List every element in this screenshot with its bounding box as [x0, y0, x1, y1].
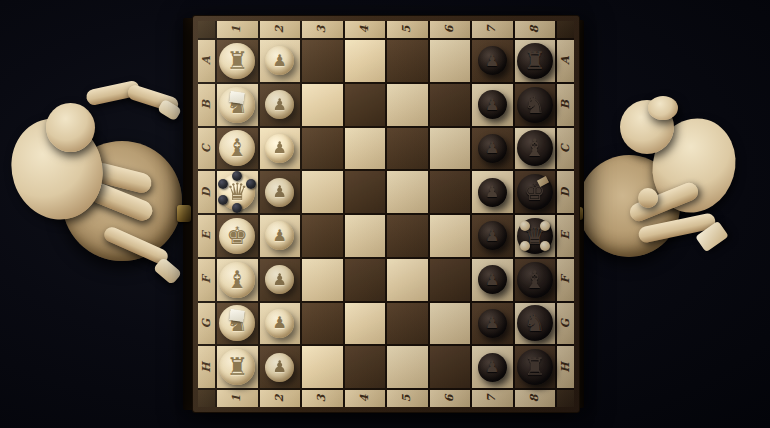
square-f3[interactable] [302, 259, 343, 301]
rank-label-bottom-4: 4 [345, 390, 386, 407]
square-g8[interactable]: ♞ [515, 303, 556, 345]
piece-black-pawn-b7[interactable]: ♟ [478, 90, 507, 119]
piece-white-knight-g1[interactable]: ♞ [219, 305, 255, 341]
piece-glyph: ♟ [485, 359, 499, 375]
square-b3[interactable] [302, 84, 343, 126]
square-h2[interactable]: ♟ [260, 346, 301, 388]
rank-label-top-5: 5 [387, 21, 428, 38]
piece-black-pawn-h7[interactable]: ♟ [478, 353, 507, 382]
queen-crown-light-ball [520, 241, 530, 251]
piece-white-pawn-c2[interactable]: ♟ [265, 134, 294, 163]
rank-label-text: 4 [358, 395, 371, 403]
file-label-text: C [200, 144, 213, 153]
file-label-text: G [200, 319, 213, 328]
square-c7[interactable]: ♟ [472, 128, 513, 170]
square-h3[interactable] [302, 346, 343, 388]
piece-black-knight-g8[interactable]: ♞ [517, 305, 553, 341]
square-e2[interactable]: ♟ [260, 215, 301, 257]
rank-label-text: 1 [231, 395, 244, 403]
square-c3[interactable] [302, 128, 343, 170]
piece-glyph: ♞ [524, 311, 546, 335]
file-label-left-F: F [198, 259, 215, 301]
file-label-right-H: H [557, 346, 574, 388]
rank-label-text: 7 [486, 395, 499, 403]
piece-glyph: ♜ [226, 49, 248, 73]
square-c6[interactable] [430, 128, 471, 170]
file-label-text: D [559, 187, 572, 197]
square-e8[interactable]: ♛ [515, 215, 556, 257]
rank-label-text: 2 [273, 395, 286, 403]
square-h1[interactable]: ♜ [217, 346, 258, 388]
square-d3[interactable] [302, 171, 343, 213]
file-label-right-F: F [557, 259, 574, 301]
file-label-right-B: B [557, 84, 574, 126]
square-a8[interactable]: ♜ [515, 40, 556, 82]
knight-paper-sticker [230, 91, 245, 104]
square-f7[interactable]: ♟ [472, 259, 513, 301]
square-b2[interactable]: ♟ [260, 84, 301, 126]
piece-black-knight-b8[interactable]: ♞ [517, 87, 553, 123]
rank-label-text: 1 [231, 26, 244, 34]
square-f8[interactable]: ♝ [515, 259, 556, 301]
piece-white-bishop-f1[interactable]: ♝ [219, 262, 255, 298]
rank-label-text: 2 [273, 26, 286, 34]
board-corner [198, 21, 215, 38]
piece-white-queen-d1[interactable]: ♛ [219, 174, 255, 210]
square-c1[interactable]: ♝ [217, 128, 258, 170]
file-label-text: B [559, 100, 572, 109]
piece-glyph: ♝ [226, 268, 248, 292]
file-label-text: A [559, 57, 572, 66]
square-h7[interactable]: ♟ [472, 346, 513, 388]
square-c2[interactable]: ♟ [260, 128, 301, 170]
piece-black-rook-a8[interactable]: ♜ [517, 43, 553, 79]
file-label-text: F [200, 276, 213, 284]
file-label-text: E [200, 232, 213, 240]
square-g3[interactable] [302, 303, 343, 345]
piece-white-knight-b1[interactable]: ♞ [219, 87, 255, 123]
square-d1[interactable]: ♛ [217, 171, 258, 213]
rank-label-top-1: 1 [217, 21, 258, 38]
piece-glyph: ♟ [485, 315, 499, 331]
square-d7[interactable]: ♟ [472, 171, 513, 213]
square-g4[interactable] [345, 303, 386, 345]
rank-label-text: 8 [528, 395, 541, 403]
square-e5[interactable] [387, 215, 428, 257]
rank-label-text: 6 [443, 395, 456, 403]
piece-white-king-e1[interactable]: ♚ [219, 218, 255, 254]
rank-label-text: 3 [316, 26, 329, 34]
square-a7[interactable]: ♟ [472, 40, 513, 82]
square-e4[interactable] [345, 215, 386, 257]
piece-black-pawn-g7[interactable]: ♟ [478, 309, 507, 338]
board-corner [198, 390, 215, 407]
square-a3[interactable] [302, 40, 343, 82]
rank-label-top-7: 7 [472, 21, 513, 38]
piece-glyph: ♚ [226, 224, 248, 248]
square-g5[interactable] [387, 303, 428, 345]
piece-black-pawn-a7[interactable]: ♟ [478, 46, 507, 75]
mannequin-right-shoulder [648, 96, 678, 120]
board-grid: 12345678A♜♟♟♜AB♞♟♟♞BC♝♟♟♝CD♛♟♟♚DE♚♟♟♛EF♝… [198, 21, 574, 407]
piece-black-pawn-e7[interactable]: ♟ [478, 221, 507, 250]
piece-white-pawn-e2[interactable]: ♟ [265, 221, 294, 250]
rank-label-bottom-8: 8 [515, 390, 556, 407]
board-corner [557, 390, 574, 407]
square-c5[interactable] [387, 128, 428, 170]
piece-glyph: ♟ [485, 184, 499, 200]
square-b8[interactable]: ♞ [515, 84, 556, 126]
piece-black-bishop-f8[interactable]: ♝ [517, 262, 553, 298]
piece-glyph: ♟ [273, 53, 287, 69]
rank-label-text: 5 [401, 26, 414, 34]
square-g7[interactable]: ♟ [472, 303, 513, 345]
square-h8[interactable]: ♜ [515, 346, 556, 388]
square-d6[interactable] [430, 171, 471, 213]
file-label-right-E: E [557, 215, 574, 257]
rank-label-text: 8 [528, 26, 541, 34]
rank-label-text: 5 [401, 395, 414, 403]
file-label-left-D: D [198, 171, 215, 213]
file-label-right-C: C [557, 128, 574, 170]
rank-label-bottom-3: 3 [302, 390, 343, 407]
square-d4[interactable] [345, 171, 386, 213]
chess-board: 12345678A♜♟♟♜AB♞♟♟♞BC♝♟♟♝CD♛♟♟♚DE♚♟♟♛EF♝… [192, 15, 580, 413]
piece-black-pawn-d7[interactable]: ♟ [478, 178, 507, 207]
file-label-text: A [200, 57, 213, 66]
square-g6[interactable] [430, 303, 471, 345]
square-d5[interactable] [387, 171, 428, 213]
piece-glyph: ♟ [273, 97, 287, 113]
square-e7[interactable]: ♟ [472, 215, 513, 257]
rank-label-bottom-6: 6 [430, 390, 471, 407]
file-label-left-H: H [198, 346, 215, 388]
rank-label-bottom-1: 1 [217, 390, 258, 407]
rank-label-bottom-2: 2 [260, 390, 301, 407]
square-c8[interactable]: ♝ [515, 128, 556, 170]
queen-crown-light-ball [540, 221, 550, 231]
piece-glyph: ♜ [524, 355, 546, 379]
square-g2[interactable]: ♟ [260, 303, 301, 345]
file-label-text: C [559, 144, 572, 153]
square-g1[interactable]: ♞ [217, 303, 258, 345]
square-a5[interactable] [387, 40, 428, 82]
brass-clasp-left [177, 205, 191, 222]
queen-crown-light-ball [520, 221, 530, 231]
rank-label-text: 4 [358, 26, 371, 34]
square-d2[interactable]: ♟ [260, 171, 301, 213]
piece-white-pawn-b2[interactable]: ♟ [265, 90, 294, 119]
queen-crown-dark-ball [246, 179, 256, 189]
photo-scene: 12345678A♜♟♟♜AB♞♟♟♞BC♝♟♟♝CD♛♟♟♚DE♚♟♟♛EF♝… [0, 0, 770, 428]
file-label-text: H [200, 362, 213, 372]
piece-white-pawn-f2[interactable]: ♟ [265, 265, 294, 294]
piece-glyph: ♟ [485, 140, 499, 156]
piece-white-rook-h1[interactable]: ♜ [219, 349, 255, 385]
square-b5[interactable] [387, 84, 428, 126]
piece-glyph: ♝ [524, 268, 546, 292]
rank-label-top-6: 6 [430, 21, 471, 38]
file-label-right-D: D [557, 171, 574, 213]
piece-white-pawn-h2[interactable]: ♟ [265, 353, 294, 382]
square-b4[interactable] [345, 84, 386, 126]
file-label-right-A: A [557, 40, 574, 82]
square-a4[interactable] [345, 40, 386, 82]
square-f4[interactable] [345, 259, 386, 301]
file-label-text: G [559, 319, 572, 328]
piece-glyph: ♟ [485, 53, 499, 69]
file-label-text: F [559, 276, 572, 284]
square-h5[interactable] [387, 346, 428, 388]
piece-glyph: ♟ [273, 272, 287, 288]
rank-label-text: 3 [316, 395, 329, 403]
square-b6[interactable] [430, 84, 471, 126]
square-e1[interactable]: ♚ [217, 215, 258, 257]
square-h6[interactable] [430, 346, 471, 388]
square-b1[interactable]: ♞ [217, 84, 258, 126]
file-label-left-A: A [198, 40, 215, 82]
rank-label-top-8: 8 [515, 21, 556, 38]
piece-black-rook-h8[interactable]: ♜ [517, 349, 553, 385]
queen-crown-dark-ball [232, 203, 242, 213]
piece-glyph: ♟ [273, 228, 287, 244]
file-label-text: E [559, 232, 572, 240]
piece-white-pawn-a2[interactable]: ♟ [265, 46, 294, 75]
square-a2[interactable]: ♟ [260, 40, 301, 82]
rank-label-text: 6 [443, 26, 456, 34]
piece-black-pawn-c7[interactable]: ♟ [478, 134, 507, 163]
piece-glyph: ♛ [226, 180, 248, 204]
piece-glyph: ♟ [273, 315, 287, 331]
mannequin-left-hand [157, 98, 182, 121]
piece-glyph: ♞ [524, 93, 546, 117]
square-b7[interactable]: ♟ [472, 84, 513, 126]
piece-glyph: ♝ [226, 136, 248, 160]
piece-glyph: ♟ [485, 272, 499, 288]
piece-glyph: ♝ [524, 136, 546, 160]
square-a1[interactable]: ♜ [217, 40, 258, 82]
rank-label-top-3: 3 [302, 21, 343, 38]
file-label-text: B [200, 100, 213, 109]
file-label-right-G: G [557, 303, 574, 345]
board-corner [557, 21, 574, 38]
piece-white-bishop-c1[interactable]: ♝ [219, 130, 255, 166]
rank-label-top-4: 4 [345, 21, 386, 38]
square-e3[interactable] [302, 215, 343, 257]
piece-black-pawn-f7[interactable]: ♟ [478, 265, 507, 294]
file-label-left-G: G [198, 303, 215, 345]
piece-glyph: ♟ [485, 228, 499, 244]
rank-label-text: 7 [486, 26, 499, 34]
rank-label-bottom-7: 7 [472, 390, 513, 407]
piece-white-pawn-g2[interactable]: ♟ [265, 309, 294, 338]
piece-glyph: ♟ [485, 97, 499, 113]
square-f2[interactable]: ♟ [260, 259, 301, 301]
piece-glyph: ♟ [273, 184, 287, 200]
file-label-left-C: C [198, 128, 215, 170]
square-d8[interactable]: ♚ [515, 171, 556, 213]
piece-glyph: ♟ [273, 140, 287, 156]
piece-black-king-d8[interactable]: ♚ [517, 174, 553, 210]
piece-white-rook-a1[interactable]: ♜ [219, 43, 255, 79]
piece-black-bishop-c8[interactable]: ♝ [517, 130, 553, 166]
queen-crown-light-ball [540, 241, 550, 251]
square-e6[interactable] [430, 215, 471, 257]
piece-glyph: ♟ [273, 359, 287, 375]
mannequin-left-head [46, 103, 95, 152]
square-f5[interactable] [387, 259, 428, 301]
file-label-text: D [200, 187, 213, 197]
piece-glyph: ♜ [524, 49, 546, 73]
mannequin-right-knee-joint [638, 188, 658, 208]
piece-black-queen-e8[interactable]: ♛ [517, 218, 553, 254]
file-label-text: H [559, 362, 572, 372]
rank-label-top-2: 2 [260, 21, 301, 38]
piece-glyph: ♜ [226, 355, 248, 379]
square-c4[interactable] [345, 128, 386, 170]
square-a6[interactable] [430, 40, 471, 82]
square-f1[interactable]: ♝ [217, 259, 258, 301]
rank-label-bottom-5: 5 [387, 390, 428, 407]
piece-white-pawn-d2[interactable]: ♟ [265, 178, 294, 207]
file-label-left-E: E [198, 215, 215, 257]
square-f6[interactable] [430, 259, 471, 301]
file-label-left-B: B [198, 84, 215, 126]
knight-paper-sticker [230, 309, 245, 322]
square-h4[interactable] [345, 346, 386, 388]
